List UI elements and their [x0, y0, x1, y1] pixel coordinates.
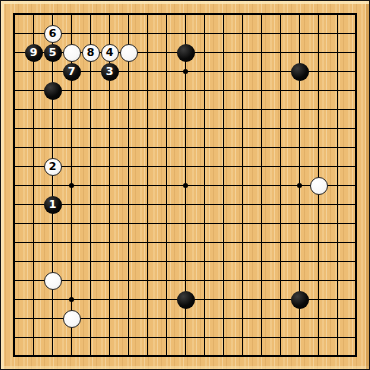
stone-black-C17: 5: [44, 44, 62, 62]
stone-black-C9: 1: [44, 196, 62, 214]
stone-white-C11: 2: [44, 158, 62, 176]
stone-white-F17: 4: [101, 44, 119, 62]
goban[interactable]: 123456789: [0, 0, 370, 370]
stone-black-K4: [177, 291, 195, 309]
stone-black-Q16: [291, 63, 309, 81]
move-number-label: 8: [87, 47, 95, 58]
move-number-label: 4: [106, 47, 114, 58]
stone-white-C18: 6: [44, 25, 62, 43]
stone-white-C5: [44, 272, 62, 290]
stone-white-D3: [63, 310, 81, 328]
star-point: [69, 297, 74, 302]
star-point: [183, 69, 188, 74]
move-number-label: 6: [49, 28, 57, 39]
stone-white-E17: 8: [82, 44, 100, 62]
move-number-label: 1: [49, 199, 57, 210]
move-number-label: 7: [68, 66, 76, 77]
stone-black-C15: [44, 82, 62, 100]
stone-black-Q4: [291, 291, 309, 309]
stone-white-G17: [120, 44, 138, 62]
stone-black-B17: 9: [25, 44, 43, 62]
stone-white-R10: [310, 177, 328, 195]
stone-black-K17: [177, 44, 195, 62]
move-number-label: 2: [49, 161, 57, 172]
star-point: [297, 183, 302, 188]
stone-black-D16: 7: [63, 63, 81, 81]
goban-grid[interactable]: 123456789: [5, 5, 366, 366]
stone-white-D17: [63, 44, 81, 62]
stone-black-F16: 3: [101, 63, 119, 81]
move-number-label: 3: [106, 66, 114, 77]
move-number-label: 5: [49, 47, 57, 58]
move-number-label: 9: [30, 47, 38, 58]
star-point: [69, 183, 74, 188]
star-point: [183, 183, 188, 188]
